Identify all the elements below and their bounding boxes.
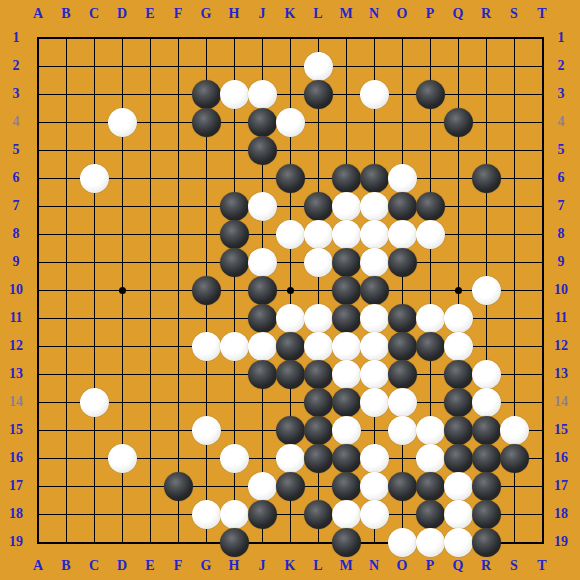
intersection-M9[interactable] [332, 248, 360, 276]
intersection-M3[interactable] [332, 80, 360, 108]
intersection-R17[interactable] [472, 472, 500, 500]
intersection-B15[interactable] [52, 416, 80, 444]
intersection-R18[interactable] [472, 500, 500, 528]
intersection-S13[interactable] [500, 360, 528, 388]
intersection-H7[interactable] [220, 192, 248, 220]
intersection-J1[interactable] [248, 24, 276, 52]
intersection-G13[interactable] [192, 360, 220, 388]
intersection-O3[interactable] [388, 80, 416, 108]
intersection-E8[interactable] [136, 220, 164, 248]
intersection-A3[interactable] [24, 80, 52, 108]
intersection-B14[interactable] [52, 388, 80, 416]
intersection-A14[interactable] [24, 388, 52, 416]
intersection-H13[interactable] [220, 360, 248, 388]
intersection-O16[interactable] [388, 444, 416, 472]
intersection-E2[interactable] [136, 52, 164, 80]
intersection-Q19[interactable] [444, 528, 472, 556]
intersection-Q12[interactable] [444, 332, 472, 360]
intersection-B13[interactable] [52, 360, 80, 388]
intersection-T11[interactable] [528, 304, 556, 332]
intersection-D11[interactable] [108, 304, 136, 332]
intersection-J2[interactable] [248, 52, 276, 80]
intersection-S3[interactable] [500, 80, 528, 108]
intersection-P5[interactable] [416, 136, 444, 164]
intersection-T4[interactable] [528, 108, 556, 136]
intersection-B7[interactable] [52, 192, 80, 220]
intersection-E1[interactable] [136, 24, 164, 52]
intersection-P9[interactable] [416, 248, 444, 276]
intersection-N18[interactable] [360, 500, 388, 528]
intersection-O5[interactable] [388, 136, 416, 164]
intersection-F9[interactable] [164, 248, 192, 276]
intersection-E13[interactable] [136, 360, 164, 388]
intersection-P10[interactable] [416, 276, 444, 304]
intersection-K3[interactable] [276, 80, 304, 108]
intersection-L14[interactable] [304, 388, 332, 416]
intersection-D3[interactable] [108, 80, 136, 108]
intersection-B9[interactable] [52, 248, 80, 276]
intersection-G7[interactable] [192, 192, 220, 220]
intersection-S19[interactable] [500, 528, 528, 556]
intersection-L9[interactable] [304, 248, 332, 276]
intersection-K12[interactable] [276, 332, 304, 360]
intersection-N16[interactable] [360, 444, 388, 472]
intersection-G8[interactable] [192, 220, 220, 248]
intersection-D19[interactable] [108, 528, 136, 556]
intersection-K10[interactable] [276, 276, 304, 304]
intersection-Q18[interactable] [444, 500, 472, 528]
intersection-D12[interactable] [108, 332, 136, 360]
intersection-P7[interactable] [416, 192, 444, 220]
intersection-H18[interactable] [220, 500, 248, 528]
intersection-G16[interactable] [192, 444, 220, 472]
intersection-P12[interactable] [416, 332, 444, 360]
intersection-K5[interactable] [276, 136, 304, 164]
intersection-M7[interactable] [332, 192, 360, 220]
intersection-J19[interactable] [248, 528, 276, 556]
intersection-Q10[interactable] [444, 276, 472, 304]
intersection-B2[interactable] [52, 52, 80, 80]
intersection-C19[interactable] [80, 528, 108, 556]
intersection-N1[interactable] [360, 24, 388, 52]
intersection-Q3[interactable] [444, 80, 472, 108]
intersection-J8[interactable] [248, 220, 276, 248]
intersection-N4[interactable] [360, 108, 388, 136]
intersection-T1[interactable] [528, 24, 556, 52]
intersection-H3[interactable] [220, 80, 248, 108]
intersection-A15[interactable] [24, 416, 52, 444]
intersection-P14[interactable] [416, 388, 444, 416]
intersection-R16[interactable] [472, 444, 500, 472]
intersection-B10[interactable] [52, 276, 80, 304]
intersection-R10[interactable] [472, 276, 500, 304]
intersection-H14[interactable] [220, 388, 248, 416]
intersection-L7[interactable] [304, 192, 332, 220]
intersection-C16[interactable] [80, 444, 108, 472]
intersection-S2[interactable] [500, 52, 528, 80]
intersection-O12[interactable] [388, 332, 416, 360]
intersection-B17[interactable] [52, 472, 80, 500]
intersection-A16[interactable] [24, 444, 52, 472]
intersection-J9[interactable] [248, 248, 276, 276]
intersection-P8[interactable] [416, 220, 444, 248]
intersection-R6[interactable] [472, 164, 500, 192]
intersection-H9[interactable] [220, 248, 248, 276]
intersection-K9[interactable] [276, 248, 304, 276]
intersection-T9[interactable] [528, 248, 556, 276]
intersection-N15[interactable] [360, 416, 388, 444]
intersection-B3[interactable] [52, 80, 80, 108]
intersection-P2[interactable] [416, 52, 444, 80]
intersection-S16[interactable] [500, 444, 528, 472]
intersection-D9[interactable] [108, 248, 136, 276]
intersection-O4[interactable] [388, 108, 416, 136]
intersection-T8[interactable] [528, 220, 556, 248]
intersection-S14[interactable] [500, 388, 528, 416]
intersection-R15[interactable] [472, 416, 500, 444]
intersection-N7[interactable] [360, 192, 388, 220]
intersection-T2[interactable] [528, 52, 556, 80]
intersection-T16[interactable] [528, 444, 556, 472]
intersection-A1[interactable] [24, 24, 52, 52]
intersection-J15[interactable] [248, 416, 276, 444]
intersection-L17[interactable] [304, 472, 332, 500]
intersection-B1[interactable] [52, 24, 80, 52]
intersection-M4[interactable] [332, 108, 360, 136]
intersection-L16[interactable] [304, 444, 332, 472]
intersection-M2[interactable] [332, 52, 360, 80]
intersection-K14[interactable] [276, 388, 304, 416]
intersection-S5[interactable] [500, 136, 528, 164]
intersection-L6[interactable] [304, 164, 332, 192]
intersection-G5[interactable] [192, 136, 220, 164]
intersection-J14[interactable] [248, 388, 276, 416]
intersection-D10[interactable] [108, 276, 136, 304]
intersection-F19[interactable] [164, 528, 192, 556]
intersection-F18[interactable] [164, 500, 192, 528]
intersection-C6[interactable] [80, 164, 108, 192]
intersection-S11[interactable] [500, 304, 528, 332]
intersection-G1[interactable] [192, 24, 220, 52]
intersection-Q11[interactable] [444, 304, 472, 332]
intersection-H8[interactable] [220, 220, 248, 248]
intersection-T19[interactable] [528, 528, 556, 556]
intersection-N6[interactable] [360, 164, 388, 192]
intersection-E18[interactable] [136, 500, 164, 528]
intersection-C8[interactable] [80, 220, 108, 248]
intersection-G11[interactable] [192, 304, 220, 332]
intersection-F8[interactable] [164, 220, 192, 248]
intersection-E19[interactable] [136, 528, 164, 556]
intersection-O9[interactable] [388, 248, 416, 276]
intersection-F7[interactable] [164, 192, 192, 220]
intersection-G19[interactable] [192, 528, 220, 556]
intersection-M15[interactable] [332, 416, 360, 444]
intersection-S17[interactable] [500, 472, 528, 500]
intersection-K8[interactable] [276, 220, 304, 248]
intersection-K2[interactable] [276, 52, 304, 80]
intersection-C17[interactable] [80, 472, 108, 500]
intersection-F14[interactable] [164, 388, 192, 416]
intersection-M6[interactable] [332, 164, 360, 192]
intersection-C1[interactable] [80, 24, 108, 52]
intersection-L19[interactable] [304, 528, 332, 556]
intersection-Q9[interactable] [444, 248, 472, 276]
intersection-L12[interactable] [304, 332, 332, 360]
intersection-E3[interactable] [136, 80, 164, 108]
intersection-G3[interactable] [192, 80, 220, 108]
intersection-Q1[interactable] [444, 24, 472, 52]
intersection-N14[interactable] [360, 388, 388, 416]
intersection-E14[interactable] [136, 388, 164, 416]
intersection-S9[interactable] [500, 248, 528, 276]
intersection-L5[interactable] [304, 136, 332, 164]
intersection-Q4[interactable] [444, 108, 472, 136]
intersection-J12[interactable] [248, 332, 276, 360]
intersection-R11[interactable] [472, 304, 500, 332]
intersection-S15[interactable] [500, 416, 528, 444]
intersection-A2[interactable] [24, 52, 52, 80]
intersection-L18[interactable] [304, 500, 332, 528]
intersection-S8[interactable] [500, 220, 528, 248]
intersection-A12[interactable] [24, 332, 52, 360]
intersection-R3[interactable] [472, 80, 500, 108]
intersection-Q2[interactable] [444, 52, 472, 80]
intersection-Q8[interactable] [444, 220, 472, 248]
intersection-L4[interactable] [304, 108, 332, 136]
intersection-D14[interactable] [108, 388, 136, 416]
intersection-H11[interactable] [220, 304, 248, 332]
intersection-K1[interactable] [276, 24, 304, 52]
intersection-M12[interactable] [332, 332, 360, 360]
intersection-L13[interactable] [304, 360, 332, 388]
intersection-A11[interactable] [24, 304, 52, 332]
intersection-H5[interactable] [220, 136, 248, 164]
intersection-F6[interactable] [164, 164, 192, 192]
intersection-N11[interactable] [360, 304, 388, 332]
intersection-R19[interactable] [472, 528, 500, 556]
intersection-O1[interactable] [388, 24, 416, 52]
intersection-L3[interactable] [304, 80, 332, 108]
intersection-D7[interactable] [108, 192, 136, 220]
intersection-P4[interactable] [416, 108, 444, 136]
intersection-A8[interactable] [24, 220, 52, 248]
intersection-E4[interactable] [136, 108, 164, 136]
intersection-N2[interactable] [360, 52, 388, 80]
intersection-R5[interactable] [472, 136, 500, 164]
intersection-R8[interactable] [472, 220, 500, 248]
intersection-H10[interactable] [220, 276, 248, 304]
intersection-B19[interactable] [52, 528, 80, 556]
intersection-C10[interactable] [80, 276, 108, 304]
intersection-Q17[interactable] [444, 472, 472, 500]
intersection-P13[interactable] [416, 360, 444, 388]
intersection-G18[interactable] [192, 500, 220, 528]
intersection-T5[interactable] [528, 136, 556, 164]
intersection-G17[interactable] [192, 472, 220, 500]
intersection-O8[interactable] [388, 220, 416, 248]
intersection-E6[interactable] [136, 164, 164, 192]
intersection-O10[interactable] [388, 276, 416, 304]
intersection-D1[interactable] [108, 24, 136, 52]
intersection-M13[interactable] [332, 360, 360, 388]
intersection-O15[interactable] [388, 416, 416, 444]
intersection-K19[interactable] [276, 528, 304, 556]
intersection-K4[interactable] [276, 108, 304, 136]
intersection-F13[interactable] [164, 360, 192, 388]
intersection-G14[interactable] [192, 388, 220, 416]
intersection-M11[interactable] [332, 304, 360, 332]
intersection-K18[interactable] [276, 500, 304, 528]
intersection-G2[interactable] [192, 52, 220, 80]
intersection-J3[interactable] [248, 80, 276, 108]
intersection-F3[interactable] [164, 80, 192, 108]
go-board[interactable] [24, 24, 556, 556]
intersection-J10[interactable] [248, 276, 276, 304]
intersection-S1[interactable] [500, 24, 528, 52]
intersection-O14[interactable] [388, 388, 416, 416]
intersection-F17[interactable] [164, 472, 192, 500]
intersection-H12[interactable] [220, 332, 248, 360]
intersection-B16[interactable] [52, 444, 80, 472]
intersection-E16[interactable] [136, 444, 164, 472]
intersection-A9[interactable] [24, 248, 52, 276]
intersection-B12[interactable] [52, 332, 80, 360]
intersection-L15[interactable] [304, 416, 332, 444]
intersection-B8[interactable] [52, 220, 80, 248]
intersection-J13[interactable] [248, 360, 276, 388]
intersection-Q15[interactable] [444, 416, 472, 444]
intersection-K13[interactable] [276, 360, 304, 388]
intersection-H15[interactable] [220, 416, 248, 444]
intersection-F2[interactable] [164, 52, 192, 80]
intersection-K7[interactable] [276, 192, 304, 220]
intersection-O19[interactable] [388, 528, 416, 556]
intersection-Q7[interactable] [444, 192, 472, 220]
intersection-H1[interactable] [220, 24, 248, 52]
intersection-N12[interactable] [360, 332, 388, 360]
intersection-A13[interactable] [24, 360, 52, 388]
intersection-R9[interactable] [472, 248, 500, 276]
intersection-G6[interactable] [192, 164, 220, 192]
intersection-N17[interactable] [360, 472, 388, 500]
intersection-D6[interactable] [108, 164, 136, 192]
intersection-G10[interactable] [192, 276, 220, 304]
intersection-Q16[interactable] [444, 444, 472, 472]
intersection-N19[interactable] [360, 528, 388, 556]
intersection-H4[interactable] [220, 108, 248, 136]
intersection-O7[interactable] [388, 192, 416, 220]
intersection-N13[interactable] [360, 360, 388, 388]
intersection-F11[interactable] [164, 304, 192, 332]
intersection-P16[interactable] [416, 444, 444, 472]
intersection-P6[interactable] [416, 164, 444, 192]
intersection-T13[interactable] [528, 360, 556, 388]
intersection-G15[interactable] [192, 416, 220, 444]
intersection-G4[interactable] [192, 108, 220, 136]
intersection-B11[interactable] [52, 304, 80, 332]
intersection-M5[interactable] [332, 136, 360, 164]
intersection-J6[interactable] [248, 164, 276, 192]
intersection-N10[interactable] [360, 276, 388, 304]
intersection-N3[interactable] [360, 80, 388, 108]
intersection-B18[interactable] [52, 500, 80, 528]
intersection-D5[interactable] [108, 136, 136, 164]
intersection-D8[interactable] [108, 220, 136, 248]
intersection-D4[interactable] [108, 108, 136, 136]
intersection-E5[interactable] [136, 136, 164, 164]
intersection-A18[interactable] [24, 500, 52, 528]
intersection-R14[interactable] [472, 388, 500, 416]
intersection-M18[interactable] [332, 500, 360, 528]
intersection-L1[interactable] [304, 24, 332, 52]
intersection-F15[interactable] [164, 416, 192, 444]
intersection-E17[interactable] [136, 472, 164, 500]
intersection-R7[interactable] [472, 192, 500, 220]
intersection-A6[interactable] [24, 164, 52, 192]
intersection-O2[interactable] [388, 52, 416, 80]
intersection-G12[interactable] [192, 332, 220, 360]
intersection-K11[interactable] [276, 304, 304, 332]
intersection-D17[interactable] [108, 472, 136, 500]
intersection-E15[interactable] [136, 416, 164, 444]
intersection-S18[interactable] [500, 500, 528, 528]
intersection-H2[interactable] [220, 52, 248, 80]
intersection-C12[interactable] [80, 332, 108, 360]
intersection-K17[interactable] [276, 472, 304, 500]
intersection-A19[interactable] [24, 528, 52, 556]
intersection-S6[interactable] [500, 164, 528, 192]
intersection-C4[interactable] [80, 108, 108, 136]
intersection-K6[interactable] [276, 164, 304, 192]
intersection-H17[interactable] [220, 472, 248, 500]
intersection-E7[interactable] [136, 192, 164, 220]
intersection-A5[interactable] [24, 136, 52, 164]
intersection-Q14[interactable] [444, 388, 472, 416]
intersection-O11[interactable] [388, 304, 416, 332]
intersection-P17[interactable] [416, 472, 444, 500]
intersection-T15[interactable] [528, 416, 556, 444]
intersection-B5[interactable] [52, 136, 80, 164]
intersection-C18[interactable] [80, 500, 108, 528]
intersection-N9[interactable] [360, 248, 388, 276]
intersection-D2[interactable] [108, 52, 136, 80]
intersection-R13[interactable] [472, 360, 500, 388]
intersection-C5[interactable] [80, 136, 108, 164]
intersection-L11[interactable] [304, 304, 332, 332]
intersection-O18[interactable] [388, 500, 416, 528]
intersection-Q13[interactable] [444, 360, 472, 388]
intersection-C15[interactable] [80, 416, 108, 444]
intersection-P19[interactable] [416, 528, 444, 556]
intersection-S4[interactable] [500, 108, 528, 136]
intersection-D15[interactable] [108, 416, 136, 444]
intersection-C7[interactable] [80, 192, 108, 220]
intersection-J5[interactable] [248, 136, 276, 164]
intersection-P3[interactable] [416, 80, 444, 108]
intersection-M16[interactable] [332, 444, 360, 472]
intersection-H6[interactable] [220, 164, 248, 192]
intersection-A4[interactable] [24, 108, 52, 136]
intersection-O6[interactable] [388, 164, 416, 192]
intersection-J16[interactable] [248, 444, 276, 472]
intersection-M17[interactable] [332, 472, 360, 500]
intersection-J7[interactable] [248, 192, 276, 220]
intersection-E9[interactable] [136, 248, 164, 276]
intersection-A17[interactable] [24, 472, 52, 500]
intersection-O13[interactable] [388, 360, 416, 388]
intersection-P11[interactable] [416, 304, 444, 332]
